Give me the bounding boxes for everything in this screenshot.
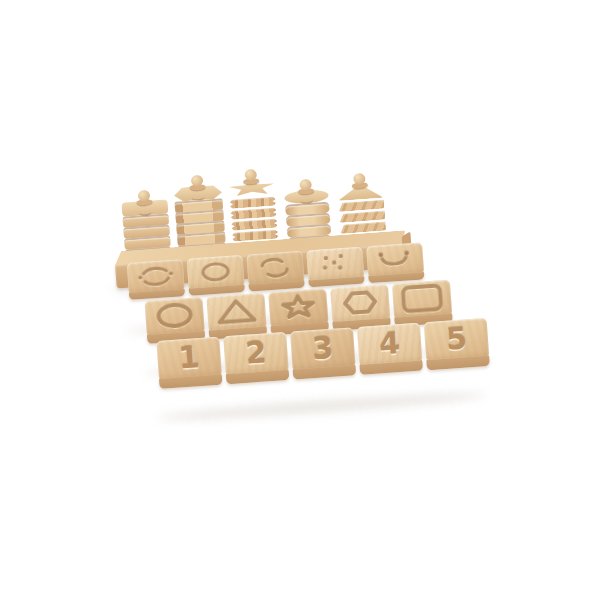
peg-knob-icon <box>242 169 259 185</box>
number-tile-3: 3 <box>290 327 356 379</box>
shape-tile-rounded-square <box>392 280 453 327</box>
product-photo-scene: 1 2 3 4 5 <box>0 0 600 600</box>
triangle-tray-icon <box>206 293 266 331</box>
triangle-piece <box>338 200 385 212</box>
pattern-tile-curve-hook <box>366 242 424 283</box>
hexagon-tray-icon <box>330 284 390 322</box>
circle-piece <box>286 215 331 227</box>
number-tile-1: 1 <box>156 337 222 389</box>
pattern-tile-dashed-circle <box>127 259 185 300</box>
tile-face <box>127 259 185 293</box>
tile-face <box>268 288 328 326</box>
number-tile-2: 2 <box>223 332 289 384</box>
number-4-glyph: 4 <box>378 328 401 359</box>
tile-face <box>206 293 266 331</box>
star-tray-icon <box>268 288 328 326</box>
double-arc-engraving-icon <box>246 251 304 285</box>
shape-tile-star <box>268 288 329 335</box>
dashed-circle-engraving-icon <box>127 259 185 293</box>
tile-face <box>330 284 390 322</box>
tile-face <box>246 251 304 285</box>
five-dots-engraving-icon <box>306 247 364 281</box>
peg-knob-icon <box>189 175 206 191</box>
tile-face <box>392 280 452 318</box>
peg-knob-icon <box>351 173 368 189</box>
circle-piece <box>285 204 330 216</box>
tile-face: 1 <box>156 337 221 379</box>
star-piece <box>231 219 278 231</box>
shadow <box>157 390 487 424</box>
number-2-glyph: 2 <box>244 337 267 368</box>
tile-face: 3 <box>290 327 355 369</box>
shape-tile-circle <box>145 297 206 344</box>
number-3-glyph: 3 <box>311 333 334 364</box>
circle-engraving-icon <box>187 255 245 289</box>
peg-knob-icon <box>297 179 314 195</box>
tile-face: 2 <box>223 332 288 374</box>
pattern-tile-circle <box>187 255 245 296</box>
number-1-glyph: 1 <box>178 342 201 373</box>
pattern-tile-five-dots <box>306 247 364 288</box>
tile-face <box>366 242 424 276</box>
tile-face: 5 <box>424 318 489 360</box>
star-piece <box>230 197 277 209</box>
triangle-piece <box>339 211 386 223</box>
tile-face <box>187 255 245 289</box>
tile-face <box>145 297 205 335</box>
number-5-glyph: 5 <box>445 323 468 354</box>
tile-face: 4 <box>357 323 422 365</box>
number-tile-4: 4 <box>357 323 423 375</box>
peg-knob-icon <box>136 190 153 206</box>
circle-tray-icon <box>145 297 205 335</box>
star-piece <box>230 208 277 220</box>
pattern-tile-double-arc <box>246 251 304 292</box>
tile-face <box>306 247 364 281</box>
shape-tile-triangle <box>206 293 267 340</box>
number-tile-5: 5 <box>424 318 490 370</box>
rounded-square-tray-icon <box>392 280 452 318</box>
shape-tile-hexagon <box>330 284 391 331</box>
curve-hook-engraving-icon <box>366 242 424 276</box>
